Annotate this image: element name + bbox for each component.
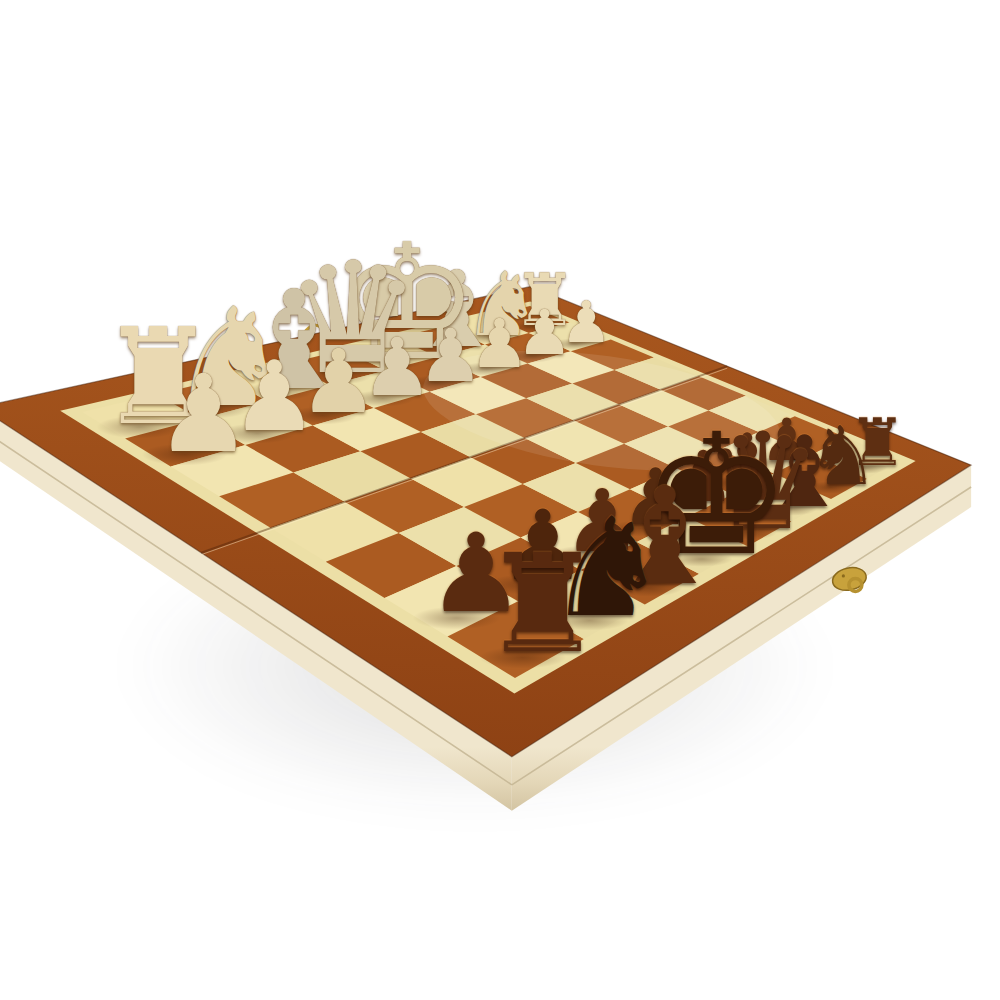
piece-layer: ♜♞♟♝♟♚♟♛♟♝♟♞♟♜♟♟♟♜♟♞♟♝♟♛♟♚♟♝♟♞♜ [0, 0, 1000, 1000]
piece-black-rook-a8: ♜ [481, 536, 603, 672]
chess-set-photo: ♜♞♟♝♟♚♟♛♟♝♟♞♟♜♟♟♟♜♟♞♟♝♟♛♟♚♟♝♟♞♜ [0, 0, 1000, 1000]
piece-white-pawn-a2: ♟ [155, 360, 251, 467]
